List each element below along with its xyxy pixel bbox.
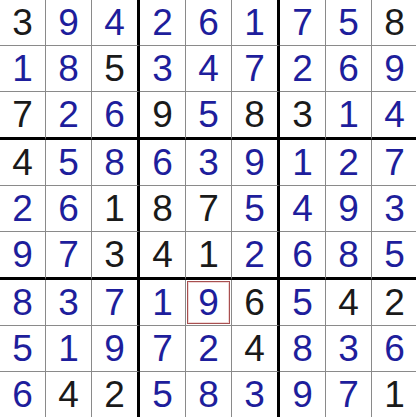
cell-r6c5[interactable]: 1 — [186, 232, 232, 280]
cell-value: 7 — [338, 376, 359, 413]
cell-value: 6 — [198, 4, 219, 41]
cell-r2c8[interactable]: 6 — [326, 46, 372, 92]
cell-r9c9[interactable]: 1 — [372, 372, 416, 417]
cell-r6c1[interactable]: 9 — [0, 232, 46, 280]
cell-r8c2[interactable]: 1 — [46, 326, 92, 372]
cell-r9c5[interactable]: 8 — [186, 372, 232, 417]
cell-value: 8 — [384, 4, 405, 41]
cell-r5c6[interactable]: 5 — [232, 186, 280, 232]
cell-value: 7 — [198, 190, 219, 227]
cell-r2c5[interactable]: 4 — [186, 46, 232, 92]
cell-value: 5 — [104, 50, 125, 87]
cell-r3c1[interactable]: 7 — [0, 92, 46, 140]
cell-r1c5[interactable]: 6 — [186, 0, 232, 46]
cell-value: 8 — [198, 376, 219, 413]
cell-r1c9[interactable]: 8 — [372, 0, 416, 46]
cell-value: 9 — [384, 50, 405, 87]
cell-r4c3[interactable]: 8 — [92, 140, 140, 186]
cell-value: 1 — [384, 376, 405, 413]
cell-value: 9 — [198, 284, 219, 321]
cell-value: 4 — [292, 190, 313, 227]
cell-r5c7[interactable]: 4 — [280, 186, 326, 232]
cell-value: 3 — [384, 190, 405, 227]
cell-value: 6 — [58, 190, 79, 227]
cell-r3c4[interactable]: 9 — [140, 92, 186, 140]
cell-value: 5 — [384, 236, 405, 273]
cell-r5c9[interactable]: 3 — [372, 186, 416, 232]
cell-r6c7[interactable]: 6 — [280, 232, 326, 280]
cell-value: 7 — [292, 4, 313, 41]
cell-r7c6[interactable]: 6 — [232, 280, 280, 326]
cell-r8c8[interactable]: 3 — [326, 326, 372, 372]
cell-r3c9[interactable]: 4 — [372, 92, 416, 140]
cell-value: 8 — [244, 96, 265, 133]
cell-value: 8 — [58, 50, 79, 87]
cell-r8c3[interactable]: 9 — [92, 326, 140, 372]
cell-value: 2 — [292, 50, 313, 87]
cell-r6c8[interactable]: 8 — [326, 232, 372, 280]
cell-value: 7 — [384, 144, 405, 181]
cell-value: 6 — [12, 376, 33, 413]
cell-value: 7 — [58, 236, 79, 273]
cell-value: 8 — [338, 236, 359, 273]
cell-value: 9 — [104, 330, 125, 367]
cell-r1c2[interactable]: 9 — [46, 0, 92, 46]
cell-r8c5[interactable]: 2 — [186, 326, 232, 372]
cell-r8c9[interactable]: 6 — [372, 326, 416, 372]
cell-value: 4 — [338, 284, 359, 321]
cell-r9c7[interactable]: 9 — [280, 372, 326, 417]
cell-r5c4[interactable]: 8 — [140, 186, 186, 232]
cell-r1c6[interactable]: 1 — [232, 0, 280, 46]
cell-r2c1[interactable]: 1 — [0, 46, 46, 92]
cell-r7c9[interactable]: 2 — [372, 280, 416, 326]
cell-r6c6[interactable]: 2 — [232, 232, 280, 280]
cell-value: 2 — [338, 144, 359, 181]
cell-value: 2 — [152, 4, 173, 41]
cell-value: 4 — [198, 50, 219, 87]
cell-value: 3 — [292, 96, 313, 133]
cell-r7c7[interactable]: 5 — [280, 280, 326, 326]
cell-r6c2[interactable]: 7 — [46, 232, 92, 280]
cell-r1c7[interactable]: 7 — [280, 0, 326, 46]
cell-value: 8 — [104, 144, 125, 181]
cell-r4c2[interactable]: 5 — [46, 140, 92, 186]
cell-r1c1[interactable]: 3 — [0, 0, 46, 46]
cell-value: 5 — [338, 4, 359, 41]
cell-value: 4 — [384, 96, 405, 133]
cell-r9c2[interactable]: 4 — [46, 372, 92, 417]
cell-r3c6[interactable]: 8 — [232, 92, 280, 140]
cell-value: 5 — [198, 96, 219, 133]
cell-value: 9 — [58, 4, 79, 41]
cell-r2c6[interactable]: 7 — [232, 46, 280, 92]
cell-r3c3[interactable]: 6 — [92, 92, 140, 140]
cell-r2c4[interactable]: 3 — [140, 46, 186, 92]
cell-r9c8[interactable]: 7 — [326, 372, 372, 417]
cell-r5c3[interactable]: 1 — [92, 186, 140, 232]
cell-r3c5[interactable]: 5 — [186, 92, 232, 140]
cell-r6c3[interactable]: 3 — [92, 232, 140, 280]
cell-value: 4 — [244, 330, 265, 367]
cell-value: 7 — [104, 284, 125, 321]
cell-value: 7 — [12, 96, 33, 133]
cell-value: 2 — [198, 330, 219, 367]
cell-value: 3 — [198, 144, 219, 181]
cell-r2c9[interactable]: 9 — [372, 46, 416, 92]
cell-r4c5[interactable]: 3 — [186, 140, 232, 186]
cell-value: 6 — [338, 50, 359, 87]
cell-value: 3 — [152, 50, 173, 87]
cell-value: 2 — [104, 376, 125, 413]
cell-r7c4[interactable]: 1 — [140, 280, 186, 326]
cell-r4c7[interactable]: 1 — [280, 140, 326, 186]
cell-value: 1 — [58, 330, 79, 367]
cell-r3c2[interactable]: 2 — [46, 92, 92, 140]
cell-r8c1[interactable]: 5 — [0, 326, 46, 372]
cell-r3c7[interactable]: 3 — [280, 92, 326, 140]
cell-value: 6 — [104, 96, 125, 133]
cell-value: 9 — [152, 96, 173, 133]
cell-r8c4[interactable]: 7 — [140, 326, 186, 372]
cell-value: 6 — [152, 144, 173, 181]
cell-r5c5[interactable]: 7 — [186, 186, 232, 232]
cell-value: 5 — [58, 144, 79, 181]
cell-r3c8[interactable]: 1 — [326, 92, 372, 140]
cell-r9c4[interactable]: 5 — [140, 372, 186, 417]
cell-r2c7[interactable]: 2 — [280, 46, 326, 92]
cell-value: 5 — [292, 284, 313, 321]
cell-value: 4 — [58, 376, 79, 413]
cell-value: 1 — [12, 50, 33, 87]
cell-value: 2 — [244, 236, 265, 273]
cell-value: 4 — [12, 144, 33, 181]
cell-r1c4[interactable]: 2 — [140, 0, 186, 46]
cell-value: 2 — [58, 96, 79, 133]
cell-r9c1[interactable]: 6 — [0, 372, 46, 417]
cell-value: 3 — [338, 330, 359, 367]
cell-r6c9[interactable]: 5 — [372, 232, 416, 280]
cell-r4c1[interactable]: 4 — [0, 140, 46, 186]
cell-value: 1 — [198, 236, 219, 273]
cell-r7c8[interactable]: 4 — [326, 280, 372, 326]
cell-r6c4[interactable]: 4 — [140, 232, 186, 280]
cell-value: 9 — [244, 144, 265, 181]
cell-value: 6 — [292, 236, 313, 273]
cell-r1c8[interactable]: 5 — [326, 0, 372, 46]
cell-value: 7 — [244, 50, 265, 87]
cell-value: 1 — [104, 190, 125, 227]
cell-value: 1 — [244, 4, 265, 41]
cell-r7c3[interactable]: 7 — [92, 280, 140, 326]
cell-value: 3 — [244, 376, 265, 413]
cell-value: 5 — [244, 190, 265, 227]
cell-value: 2 — [384, 284, 405, 321]
cell-value: 3 — [58, 284, 79, 321]
cell-r9c6[interactable]: 3 — [232, 372, 280, 417]
cell-r4c9[interactable]: 7 — [372, 140, 416, 186]
cell-r8c7[interactable]: 8 — [280, 326, 326, 372]
cell-value: 8 — [292, 330, 313, 367]
cell-r4c8[interactable]: 2 — [326, 140, 372, 186]
cell-r5c2[interactable]: 6 — [46, 186, 92, 232]
cell-value: 1 — [152, 284, 173, 321]
cell-value: 9 — [338, 190, 359, 227]
cell-r4c6[interactable]: 9 — [232, 140, 280, 186]
cell-r7c5[interactable]: 9 — [186, 280, 232, 326]
cell-value: 7 — [152, 330, 173, 367]
cell-r8c6[interactable]: 4 — [232, 326, 280, 372]
cell-r2c3[interactable]: 5 — [92, 46, 140, 92]
cell-r2c2[interactable]: 8 — [46, 46, 92, 92]
cell-r9c3[interactable]: 2 — [92, 372, 140, 417]
cell-value: 3 — [12, 4, 33, 41]
cell-r1c3[interactable]: 4 — [92, 0, 140, 46]
cell-value: 6 — [244, 284, 265, 321]
cell-value: 1 — [338, 96, 359, 133]
cell-r7c2[interactable]: 3 — [46, 280, 92, 326]
cell-value: 4 — [152, 236, 173, 273]
sudoku-board: 3942617581853472697269583144586391272618… — [0, 0, 416, 417]
cell-r7c1[interactable]: 8 — [0, 280, 46, 326]
cell-value: 8 — [12, 284, 33, 321]
cell-r5c1[interactable]: 2 — [0, 186, 46, 232]
cell-r4c4[interactable]: 6 — [140, 140, 186, 186]
cell-value: 3 — [104, 236, 125, 273]
cell-r5c8[interactable]: 9 — [326, 186, 372, 232]
cell-value: 5 — [12, 330, 33, 367]
cell-value: 6 — [384, 330, 405, 367]
cell-value: 4 — [104, 4, 125, 41]
cell-value: 9 — [12, 236, 33, 273]
cell-value: 2 — [12, 190, 33, 227]
cell-value: 1 — [292, 144, 313, 181]
cell-value: 8 — [152, 190, 173, 227]
cell-value: 5 — [152, 376, 173, 413]
cell-value: 9 — [292, 376, 313, 413]
